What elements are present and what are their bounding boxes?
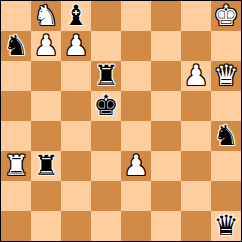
square-c1[interactable] <box>61 211 91 241</box>
square-a8[interactable] <box>1 1 31 31</box>
square-b4[interactable] <box>31 121 61 151</box>
square-d8[interactable] <box>91 1 121 31</box>
white-queen-piece: ♛ <box>213 61 238 91</box>
chessboard-container: ♞♝♚♞♟♟♜♟♛♚♞♜♜♟♛ <box>0 0 242 242</box>
square-c6[interactable] <box>61 61 91 91</box>
square-d7[interactable] <box>91 31 121 61</box>
square-d5[interactable]: ♚ <box>91 91 121 121</box>
white-pawn-piece: ♟ <box>123 151 148 181</box>
square-g7[interactable] <box>181 31 211 61</box>
square-h7[interactable] <box>211 31 241 61</box>
square-d6[interactable]: ♜ <box>91 61 121 91</box>
square-b1[interactable] <box>31 211 61 241</box>
white-rook-piece: ♜ <box>3 151 28 181</box>
square-f5[interactable] <box>151 91 181 121</box>
square-g3[interactable] <box>181 151 211 181</box>
square-d2[interactable] <box>91 181 121 211</box>
square-e8[interactable] <box>121 1 151 31</box>
square-a6[interactable] <box>1 61 31 91</box>
square-f2[interactable] <box>151 181 181 211</box>
square-b7[interactable]: ♟ <box>31 31 61 61</box>
square-c8[interactable]: ♝ <box>61 1 91 31</box>
square-a3[interactable]: ♜ <box>1 151 31 181</box>
square-a1[interactable] <box>1 211 31 241</box>
square-f4[interactable] <box>151 121 181 151</box>
white-pawn-piece: ♟ <box>33 31 58 61</box>
square-h5[interactable] <box>211 91 241 121</box>
square-h4[interactable]: ♞ <box>211 121 241 151</box>
square-h8[interactable]: ♚ <box>211 1 241 31</box>
square-c5[interactable] <box>61 91 91 121</box>
square-g1[interactable] <box>181 211 211 241</box>
square-e2[interactable] <box>121 181 151 211</box>
white-pawn-piece: ♟ <box>63 31 88 61</box>
square-h1[interactable]: ♛ <box>211 211 241 241</box>
square-a4[interactable] <box>1 121 31 151</box>
black-queen-piece: ♛ <box>213 211 238 241</box>
square-b3[interactable]: ♜ <box>31 151 61 181</box>
square-h2[interactable] <box>211 181 241 211</box>
square-c2[interactable] <box>61 181 91 211</box>
square-h6[interactable]: ♛ <box>211 61 241 91</box>
square-c3[interactable] <box>61 151 91 181</box>
square-b5[interactable] <box>31 91 61 121</box>
square-g6[interactable]: ♟ <box>181 61 211 91</box>
white-knight-piece: ♞ <box>33 1 58 31</box>
square-d1[interactable] <box>91 211 121 241</box>
square-g2[interactable] <box>181 181 211 211</box>
square-e3[interactable]: ♟ <box>121 151 151 181</box>
square-c7[interactable]: ♟ <box>61 31 91 61</box>
square-b2[interactable] <box>31 181 61 211</box>
chessboard: ♞♝♚♞♟♟♜♟♛♚♞♜♜♟♛ <box>0 0 242 242</box>
square-e6[interactable] <box>121 61 151 91</box>
square-e7[interactable] <box>121 31 151 61</box>
square-h3[interactable] <box>211 151 241 181</box>
black-king-piece: ♚ <box>93 91 118 121</box>
black-knight-piece: ♞ <box>213 121 238 151</box>
square-a2[interactable] <box>1 181 31 211</box>
black-rook-piece: ♜ <box>93 61 118 91</box>
square-d3[interactable] <box>91 151 121 181</box>
white-king-piece: ♚ <box>213 1 238 31</box>
black-rook-piece: ♜ <box>33 151 58 181</box>
white-pawn-piece: ♟ <box>183 61 208 91</box>
square-c4[interactable] <box>61 121 91 151</box>
square-f7[interactable] <box>151 31 181 61</box>
square-f1[interactable] <box>151 211 181 241</box>
black-knight-piece: ♞ <box>3 31 28 61</box>
square-f6[interactable] <box>151 61 181 91</box>
square-g4[interactable] <box>181 121 211 151</box>
square-b6[interactable] <box>31 61 61 91</box>
square-a7[interactable]: ♞ <box>1 31 31 61</box>
black-bishop-piece: ♝ <box>63 1 88 31</box>
square-e4[interactable] <box>121 121 151 151</box>
square-b8[interactable]: ♞ <box>31 1 61 31</box>
square-e1[interactable] <box>121 211 151 241</box>
square-f3[interactable] <box>151 151 181 181</box>
square-f8[interactable] <box>151 1 181 31</box>
square-d4[interactable] <box>91 121 121 151</box>
square-e5[interactable] <box>121 91 151 121</box>
square-g5[interactable] <box>181 91 211 121</box>
square-g8[interactable] <box>181 1 211 31</box>
square-a5[interactable] <box>1 91 31 121</box>
